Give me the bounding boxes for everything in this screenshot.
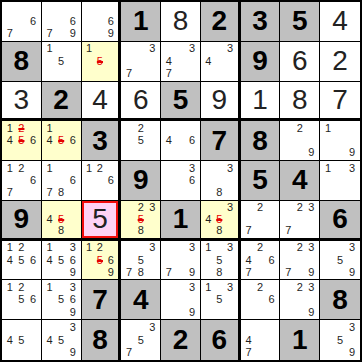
cell-r2c4[interactable]: 37 xyxy=(121,42,161,82)
cell-r2c5[interactable]: 347 xyxy=(161,42,201,82)
empty-candidate-slot xyxy=(84,67,95,79)
cell-r5c1[interactable]: 1267 xyxy=(2,161,42,201)
solved-digit: 1 xyxy=(252,86,268,114)
empty-candidate-slot xyxy=(94,266,105,278)
empty-candidate-slot xyxy=(294,254,306,266)
candidate-6: 6 xyxy=(67,294,79,306)
empty-candidate-slot xyxy=(175,135,187,147)
cell-r1c7[interactable]: 3 xyxy=(241,2,281,42)
candidate-grid: 1358 xyxy=(201,241,238,280)
empty-candidate-slot xyxy=(175,187,187,199)
empty-candidate-slot xyxy=(322,242,334,254)
empty-candidate-slot xyxy=(123,225,135,237)
cell-r1c5[interactable]: 8 xyxy=(161,2,201,42)
candidate-2: 2 xyxy=(254,242,266,254)
cell-r3c3[interactable]: 4 xyxy=(82,82,122,122)
empty-candidate-slot xyxy=(254,334,266,347)
empty-candidate-slot xyxy=(203,294,214,306)
empty-candidate-slot xyxy=(105,242,116,254)
cell-r6c8[interactable]: 237 xyxy=(280,201,320,241)
cell-r7c9[interactable]: 359 xyxy=(320,241,360,281)
empty-candidate-slot xyxy=(55,266,67,278)
empty-candidate-slot xyxy=(225,266,236,278)
candidate-2: 2 xyxy=(254,202,266,214)
empty-candidate-slot xyxy=(175,174,187,186)
empty-candidate-slot xyxy=(4,306,16,318)
candidate-grid: 46 xyxy=(161,121,200,160)
empty-candidate-slot xyxy=(306,294,318,306)
empty-candidate-slot xyxy=(322,187,334,199)
empty-candidate-slot xyxy=(214,202,225,214)
empty-candidate-slot xyxy=(282,213,294,225)
given-digit: 5 xyxy=(252,166,268,194)
cell-r1c2[interactable]: 679 xyxy=(42,2,82,42)
empty-candidate-slot xyxy=(147,135,159,147)
candidate-8: 8 xyxy=(135,266,147,278)
empty-candidate-slot xyxy=(266,225,278,237)
empty-candidate-slot xyxy=(123,321,135,334)
cell-r4c6[interactable]: 7 xyxy=(201,121,241,161)
cell-r6c2[interactable]: 458 xyxy=(42,201,82,241)
candidate-6: 6 xyxy=(67,135,79,147)
empty-candidate-slot xyxy=(123,254,135,266)
empty-candidate-slot xyxy=(55,321,67,334)
candidate-grid: 357 xyxy=(121,320,160,360)
candidate-4: 4 xyxy=(44,334,56,347)
empty-candidate-slot xyxy=(44,147,56,159)
cell-r8c9[interactable]: 8 xyxy=(320,280,360,320)
candidate-grid: 237 xyxy=(280,201,319,238)
candidate-2: 2 xyxy=(16,281,28,293)
candidate-3: 3 xyxy=(186,281,198,293)
empty-candidate-slot xyxy=(105,162,116,174)
empty-candidate-slot xyxy=(16,174,28,186)
candidate-1: 1 xyxy=(4,242,16,254)
empty-candidate-slot xyxy=(334,346,346,359)
candidate-6: 6 xyxy=(27,254,39,266)
cell-r7c6[interactable]: 1358 xyxy=(201,241,241,281)
candidate-grid: 359 xyxy=(320,241,360,280)
empty-candidate-slot xyxy=(175,43,187,55)
cell-r3c9[interactable]: 7 xyxy=(320,82,360,122)
candidate-6: 6 xyxy=(67,15,79,27)
empty-candidate-slot xyxy=(322,135,334,147)
cell-r9c2[interactable]: 3459 xyxy=(42,320,82,360)
cell-r4c2[interactable]: 1456 xyxy=(42,121,82,161)
cell-r3c6[interactable]: 9 xyxy=(201,82,241,122)
empty-candidate-slot xyxy=(203,254,214,266)
empty-candidate-slot xyxy=(294,213,306,225)
candidate-7: 7 xyxy=(4,187,16,199)
cell-r7c3[interactable]: 12569 xyxy=(82,241,122,281)
cell-r7c8[interactable]: 2379 xyxy=(280,241,320,281)
candidate-3: 3 xyxy=(346,321,358,334)
candidate-6: 6 xyxy=(27,15,39,27)
cell-r3c2[interactable]: 2 xyxy=(42,82,82,122)
empty-candidate-slot xyxy=(147,67,159,79)
empty-candidate-slot xyxy=(334,162,346,174)
cell-r5c6[interactable]: 38 xyxy=(201,161,241,201)
candidate-7: 7 xyxy=(163,266,175,278)
candidate-5: 5 xyxy=(214,254,225,266)
cell-r2c7[interactable]: 9 xyxy=(241,42,281,82)
empty-candidate-slot xyxy=(266,281,278,293)
candidate-3: 3 xyxy=(346,242,358,254)
cell-r3c7[interactable]: 1 xyxy=(241,82,281,122)
candidate-7: 7 xyxy=(282,225,294,237)
empty-candidate-slot xyxy=(294,225,306,237)
empty-candidate-slot xyxy=(322,266,334,278)
empty-candidate-slot xyxy=(346,187,358,199)
empty-candidate-slot xyxy=(346,334,358,347)
candidate-2: 2 xyxy=(294,242,306,254)
candidate-grid: 37 xyxy=(121,42,160,81)
empty-candidate-slot xyxy=(16,266,28,278)
empty-candidate-slot xyxy=(55,3,67,15)
empty-candidate-slot xyxy=(135,321,147,334)
given-digit: 8 xyxy=(252,127,268,155)
cell-r8c2[interactable]: 13569 xyxy=(42,280,82,320)
cell-r1c3[interactable]: 69 xyxy=(82,2,122,42)
empty-candidate-slot xyxy=(266,242,278,254)
cell-r6c3[interactable]: 5 xyxy=(82,201,122,241)
candidate-3: 3 xyxy=(186,242,198,254)
empty-candidate-slot xyxy=(243,281,255,293)
cell-r4c5[interactable]: 46 xyxy=(161,121,201,161)
cell-r1c4[interactable]: 1 xyxy=(121,2,161,42)
empty-candidate-slot xyxy=(135,55,147,67)
empty-candidate-slot xyxy=(334,187,346,199)
empty-candidate-slot xyxy=(55,306,67,318)
cell-r6c4[interactable]: 2358 xyxy=(121,201,161,241)
empty-candidate-slot xyxy=(94,187,105,199)
cell-r5c8[interactable]: 4 xyxy=(280,161,320,201)
cell-r5c9[interactable]: 13 xyxy=(320,161,360,201)
empty-candidate-slot xyxy=(123,213,135,225)
empty-candidate-slot xyxy=(254,346,266,359)
cell-r6c6[interactable]: 3458 xyxy=(201,201,241,241)
candidate-6: 6 xyxy=(67,254,79,266)
candidate-grid: 1256 xyxy=(2,280,41,319)
empty-candidate-slot xyxy=(44,225,56,237)
empty-candidate-slot xyxy=(225,294,236,306)
empty-candidate-slot xyxy=(84,55,95,67)
cell-r5c5[interactable]: 36 xyxy=(161,161,201,201)
candidate-7: 7 xyxy=(44,28,56,40)
cell-r9c6[interactable]: 6 xyxy=(201,320,241,360)
empty-candidate-slot xyxy=(225,225,236,237)
cell-r9c1[interactable]: 45 xyxy=(2,320,42,360)
candidate-3: 3 xyxy=(306,281,318,293)
empty-candidate-slot xyxy=(67,225,79,237)
cell-r8c3[interactable]: 7 xyxy=(82,280,122,320)
candidate-1: 1 xyxy=(322,162,334,174)
candidate-8: 8 xyxy=(214,225,225,237)
cell-r5c7[interactable]: 5 xyxy=(241,161,281,201)
empty-candidate-slot xyxy=(294,266,306,278)
candidate-grid: 45 xyxy=(2,320,41,360)
candidate-3: 3 xyxy=(225,162,236,174)
empty-candidate-slot xyxy=(27,187,39,199)
candidate-4: 4 xyxy=(163,135,175,147)
empty-candidate-slot xyxy=(214,281,225,293)
empty-candidate-slot xyxy=(4,3,16,15)
cell-r8c4[interactable]: 4 xyxy=(121,280,161,320)
candidate-2: 2 xyxy=(294,122,306,134)
empty-candidate-slot xyxy=(266,334,278,347)
cell-r4c1[interactable]: 12456 xyxy=(2,121,42,161)
empty-candidate-slot xyxy=(94,28,105,40)
cell-r7c7[interactable]: 2467 xyxy=(241,241,281,281)
cell-r2c6[interactable]: 34 xyxy=(201,42,241,82)
cell-r7c5[interactable]: 379 xyxy=(161,241,201,281)
cell-r9c5[interactable]: 2 xyxy=(161,320,201,360)
cell-r9c7[interactable]: 47 xyxy=(241,320,281,360)
empty-candidate-slot xyxy=(135,43,147,55)
candidate-6: 6 xyxy=(266,294,278,306)
cell-r8c1[interactable]: 1256 xyxy=(2,280,42,320)
cell-r9c3[interactable]: 8 xyxy=(82,320,122,360)
empty-candidate-slot xyxy=(67,187,79,199)
candidate-3: 3 xyxy=(186,43,198,55)
cell-r7c2[interactable]: 134569 xyxy=(42,241,82,281)
empty-candidate-slot xyxy=(266,346,278,359)
cell-r5c3[interactable]: 126 xyxy=(82,161,122,201)
empty-candidate-slot xyxy=(44,67,56,79)
candidate-grid: 36 xyxy=(161,161,200,200)
cell-r4c3[interactable]: 3 xyxy=(82,121,122,161)
candidate-grid: 15 xyxy=(42,42,81,81)
candidate-4: 4 xyxy=(44,213,56,225)
empty-candidate-slot xyxy=(175,281,187,293)
empty-candidate-slot xyxy=(163,294,175,306)
empty-candidate-slot xyxy=(306,225,318,237)
empty-candidate-slot xyxy=(203,162,214,174)
empty-candidate-slot xyxy=(163,242,175,254)
cell-r2c2[interactable]: 15 xyxy=(42,42,82,82)
candidate-4: 4 xyxy=(4,135,16,147)
cell-r1c8[interactable]: 5 xyxy=(280,2,320,42)
candidate-7: 7 xyxy=(123,67,135,79)
cell-r6c7[interactable]: 27 xyxy=(241,201,281,241)
candidate-7: 7 xyxy=(163,67,175,79)
empty-candidate-slot xyxy=(55,67,67,79)
candidate-1: 1 xyxy=(4,162,16,174)
empty-candidate-slot xyxy=(27,28,39,40)
empty-candidate-slot xyxy=(55,147,67,159)
empty-candidate-slot xyxy=(322,346,334,359)
candidate-2: 2 xyxy=(16,242,28,254)
empty-candidate-slot xyxy=(16,3,28,15)
candidate-4: 4 xyxy=(243,254,255,266)
candidate-1: 1 xyxy=(203,242,214,254)
candidate-3: 3 xyxy=(225,242,236,254)
empty-candidate-slot xyxy=(147,122,159,134)
empty-candidate-slot xyxy=(55,346,67,359)
empty-candidate-slot xyxy=(214,306,225,318)
empty-candidate-slot xyxy=(243,213,255,225)
empty-candidate-slot xyxy=(55,242,67,254)
empty-candidate-slot xyxy=(67,3,79,15)
cell-r2c8[interactable]: 6 xyxy=(280,42,320,82)
cell-r6c9[interactable]: 6 xyxy=(320,201,360,241)
candidate-grid: 47 xyxy=(241,320,280,360)
empty-candidate-slot xyxy=(203,266,214,278)
cell-r9c8[interactable]: 1 xyxy=(280,320,320,360)
cell-r7c4[interactable]: 3578 xyxy=(121,241,161,281)
candidate-3: 3 xyxy=(186,162,198,174)
empty-candidate-slot xyxy=(94,67,105,79)
cell-r4c9[interactable]: 19 xyxy=(320,121,360,161)
given-digit: 8 xyxy=(332,286,348,314)
cell-r6c5[interactable]: 1 xyxy=(161,201,201,241)
empty-candidate-slot xyxy=(175,254,187,266)
candidate-9: 9 xyxy=(105,28,116,40)
empty-candidate-slot xyxy=(105,187,116,199)
empty-candidate-slot xyxy=(175,67,187,79)
sudoku-board: 6767969182354815153734734962324659187124… xyxy=(0,0,362,362)
empty-candidate-slot xyxy=(334,242,346,254)
empty-candidate-slot xyxy=(67,213,79,225)
solved-digit: 2 xyxy=(332,47,348,75)
cell-r6c1[interactable]: 9 xyxy=(2,201,42,241)
empty-candidate-slot xyxy=(203,67,214,79)
candidate-9: 9 xyxy=(346,266,358,278)
candidate-3: 3 xyxy=(67,321,79,334)
empty-candidate-slot xyxy=(105,55,116,67)
cell-r8c7[interactable]: 26 xyxy=(241,280,281,320)
cell-r1c6[interactable]: 2 xyxy=(201,2,241,42)
given-digit: 1 xyxy=(292,326,308,354)
candidate-5: 5 xyxy=(16,294,28,306)
candidate-3: 3 xyxy=(225,202,236,214)
struck-candidate-5: 5 xyxy=(55,135,67,147)
cell-r4c4[interactable]: 25 xyxy=(121,121,161,161)
cell-r3c4[interactable]: 6 xyxy=(121,82,161,122)
cell-r2c9[interactable]: 2 xyxy=(320,42,360,82)
candidate-grid: 12456 xyxy=(2,241,41,280)
empty-candidate-slot xyxy=(105,67,116,79)
candidate-2: 2 xyxy=(94,242,105,254)
given-digit: 5 xyxy=(173,86,189,114)
cell-r1c1[interactable]: 67 xyxy=(2,2,42,42)
empty-candidate-slot xyxy=(4,321,16,334)
candidate-2: 2 xyxy=(16,162,28,174)
empty-candidate-slot xyxy=(44,15,56,27)
cell-r4c7[interactable]: 8 xyxy=(241,121,281,161)
candidate-2: 2 xyxy=(135,122,147,134)
candidate-grid: 13569 xyxy=(42,280,81,319)
candidate-grid: 2467 xyxy=(241,241,280,280)
cell-r5c4[interactable]: 9 xyxy=(121,161,161,201)
empty-candidate-slot xyxy=(203,174,214,186)
candidate-8: 8 xyxy=(55,187,67,199)
empty-candidate-slot xyxy=(306,122,318,134)
empty-candidate-slot xyxy=(322,334,334,347)
candidate-grid: 3578 xyxy=(121,241,160,280)
given-digit: 8 xyxy=(92,326,108,354)
candidate-grid: 2358 xyxy=(121,201,160,238)
candidate-9: 9 xyxy=(67,306,79,318)
empty-candidate-slot xyxy=(94,15,105,27)
struck-candidate-5: 5 xyxy=(135,213,147,225)
empty-candidate-slot xyxy=(4,346,16,359)
cell-r3c1[interactable]: 3 xyxy=(2,82,42,122)
empty-candidate-slot xyxy=(44,306,56,318)
empty-candidate-slot xyxy=(243,321,255,334)
empty-candidate-slot xyxy=(4,174,16,186)
empty-candidate-slot xyxy=(186,67,198,79)
empty-candidate-slot xyxy=(84,28,95,40)
empty-candidate-slot xyxy=(282,202,294,214)
cell-r1c9[interactable]: 4 xyxy=(320,2,360,42)
empty-candidate-slot xyxy=(147,334,159,347)
solved-digit: 6 xyxy=(292,47,308,75)
empty-candidate-slot xyxy=(306,254,318,266)
cell-r2c1[interactable]: 8 xyxy=(2,42,42,82)
candidate-5: 5 xyxy=(135,254,147,266)
given-digit: 2 xyxy=(53,86,69,114)
empty-candidate-slot xyxy=(27,242,39,254)
cell-r4c8[interactable]: 29 xyxy=(280,121,320,161)
candidate-1: 1 xyxy=(44,242,56,254)
empty-candidate-slot xyxy=(55,281,67,293)
cell-r2c3[interactable]: 15 xyxy=(82,42,122,82)
empty-candidate-slot xyxy=(27,346,39,359)
cell-r3c5[interactable]: 5 xyxy=(161,82,201,122)
cell-r9c4[interactable]: 357 xyxy=(121,320,161,360)
empty-candidate-slot xyxy=(214,43,225,55)
candidate-9: 9 xyxy=(346,147,358,159)
given-digit: 7 xyxy=(211,127,227,155)
empty-candidate-slot xyxy=(55,28,67,40)
cell-r9c9[interactable]: 359 xyxy=(320,320,360,360)
empty-candidate-slot xyxy=(123,55,135,67)
empty-candidate-slot xyxy=(282,242,294,254)
solved-digit: 8 xyxy=(173,7,189,35)
empty-candidate-slot xyxy=(135,242,147,254)
empty-candidate-slot xyxy=(186,55,198,67)
empty-candidate-slot xyxy=(147,147,159,159)
empty-candidate-slot xyxy=(175,55,187,67)
candidate-9: 9 xyxy=(67,346,79,359)
empty-candidate-slot xyxy=(27,281,39,293)
cell-r5c2[interactable]: 1678 xyxy=(42,161,82,201)
empty-candidate-slot xyxy=(266,321,278,334)
candidate-grid: 1267 xyxy=(2,161,41,200)
empty-candidate-slot xyxy=(55,122,67,134)
cell-r7c1[interactable]: 12456 xyxy=(2,241,42,281)
cell-r8c5[interactable]: 39 xyxy=(161,280,201,320)
candidate-6: 6 xyxy=(27,135,39,147)
empty-candidate-slot xyxy=(94,3,105,15)
candidate-8: 8 xyxy=(55,225,67,237)
empty-candidate-slot xyxy=(322,254,334,266)
candidate-3: 3 xyxy=(147,43,159,55)
cell-r8c8[interactable]: 239 xyxy=(280,280,320,320)
cell-r8c6[interactable]: 135 xyxy=(201,280,241,320)
empty-candidate-slot xyxy=(55,43,67,55)
empty-candidate-slot xyxy=(147,225,159,237)
empty-candidate-slot xyxy=(175,122,187,134)
candidate-5: 5 xyxy=(334,254,346,266)
candidate-3: 3 xyxy=(225,281,236,293)
cell-r3c8[interactable]: 8 xyxy=(280,82,320,122)
empty-candidate-slot xyxy=(67,55,79,67)
empty-candidate-slot xyxy=(4,266,16,278)
empty-candidate-slot xyxy=(306,213,318,225)
empty-candidate-slot xyxy=(225,213,236,225)
